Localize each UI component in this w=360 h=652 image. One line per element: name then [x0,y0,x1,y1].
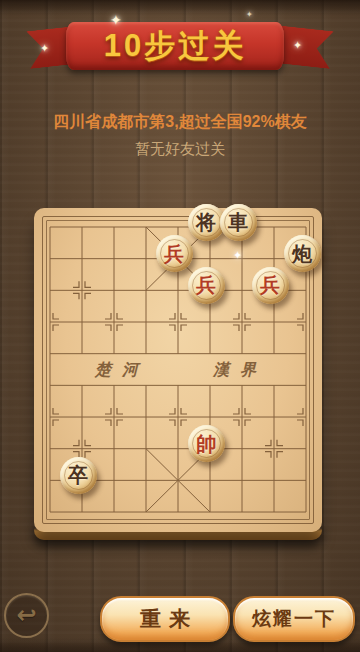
piece-red-帥[interactable]: 帥 [188,425,225,462]
friends-pass-text: 暂无好友过关 [0,140,360,159]
piece-black-将[interactable]: 将 [188,204,225,241]
level-banner: 10步过关 ✦ ✦ ✦ ✦ [0,8,360,80]
ribbon-band: 10步过关 [66,22,284,70]
undo-arrow-icon: ↩ [16,601,36,629]
piece-black-炮[interactable]: 炮 [284,235,321,272]
piece-glyph: 帥 [196,434,216,454]
piece-red-兵[interactable]: 兵 [188,267,225,304]
piece-glyph: 兵 [196,275,216,295]
piece-red-兵[interactable]: 兵 [252,267,289,304]
game-screen: 10步过关 ✦ ✦ ✦ ✦ 四川省成都市第3,超过全国92%棋友 暂无好友过关 … [0,0,360,652]
xiangqi-board: 楚河 漢界 将車兵炮兵兵帥卒 ✦ [34,208,322,532]
move-sparkle-icon: ✦ [233,249,242,262]
restart-button[interactable]: 重来 [100,596,230,642]
river-label-left: 楚河 [74,358,170,382]
piece-black-卒[interactable]: 卒 [60,457,97,494]
star-sparkle-icon: ✦ [246,10,253,19]
piece-glyph: 兵 [164,244,184,264]
rank-text: 四川省成都市第3,超过全国92%棋友 [0,112,360,133]
river-label-right: 漢界 [192,358,288,382]
piece-glyph: 卒 [68,465,88,485]
undo-button[interactable]: ↩ [4,593,49,638]
star-sparkle-icon: ✦ [40,42,49,55]
star-sparkle-icon: ✦ [110,12,122,28]
brag-button[interactable]: 炫耀一下 [233,596,355,642]
piece-red-兵[interactable]: 兵 [156,235,193,272]
star-sparkle-icon: ✦ [293,39,302,52]
piece-glyph: 車 [228,212,248,232]
piece-glyph: 将 [196,212,216,232]
piece-glyph: 兵 [260,275,280,295]
piece-glyph: 炮 [292,244,312,264]
banner-title: 10步过关 [104,25,246,67]
piece-black-車[interactable]: 車 [220,204,257,241]
